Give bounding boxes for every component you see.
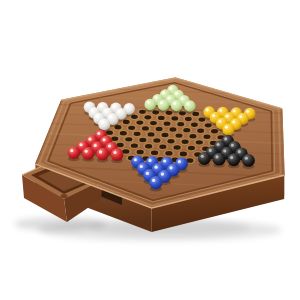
marble-specular [70, 149, 73, 152]
marble-black-r12c9[interactable] [198, 152, 211, 165]
marble-specular [118, 110, 121, 113]
hole-r9c7[interactable] [196, 140, 203, 144]
marble-specular [148, 159, 151, 162]
hole-r6c7[interactable] [191, 123, 198, 127]
marble-specular [232, 120, 235, 123]
marble-green-r3c3[interactable] [184, 100, 196, 112]
marble-specular [147, 101, 150, 104]
marble-specular [163, 159, 166, 162]
marble-specular [178, 160, 181, 163]
marble-specular [101, 121, 104, 124]
marble-specular [170, 87, 173, 90]
hole-r7c3[interactable] [142, 126, 149, 130]
marble-specular [209, 149, 212, 152]
board-photo-svg [0, 0, 300, 300]
hole-r9c5[interactable] [167, 139, 174, 143]
marble-black-r12c11[interactable] [227, 153, 240, 166]
marble-specular [218, 120, 221, 123]
hole-r6c6[interactable] [177, 122, 184, 126]
hole-r6c5[interactable] [164, 122, 171, 126]
marble-specular [99, 150, 102, 153]
marble-specular [113, 105, 116, 108]
marble-yellow-r7c9[interactable] [222, 123, 234, 135]
marble-white-r7c0[interactable] [98, 118, 110, 130]
marble-specular [113, 151, 116, 154]
marble-specular [215, 155, 218, 158]
hole-r7c6[interactable] [183, 128, 190, 132]
marble-red-r12c2[interactable] [96, 148, 109, 161]
drawer-finger-notch [61, 194, 68, 198]
marble-specular [230, 156, 233, 159]
hole-r8c1[interactable] [120, 131, 127, 135]
hole-r10c4[interactable] [145, 144, 152, 148]
marble-specular [108, 145, 111, 148]
hole-r11c4[interactable] [137, 150, 144, 155]
hole-r5c6[interactable] [171, 116, 178, 120]
marble-specular [224, 137, 227, 140]
hole-r8c7[interactable] [203, 135, 210, 139]
marble-specular [79, 143, 82, 146]
marble-specular [97, 132, 100, 135]
marble-specular [126, 105, 129, 108]
hole-r9c4[interactable] [153, 138, 160, 142]
marble-specular [216, 143, 219, 146]
hole-r10c2[interactable] [117, 143, 124, 147]
marble-specular [155, 96, 158, 99]
marble-specular [225, 126, 228, 129]
marble-specular [245, 157, 248, 160]
marble-specular [103, 138, 106, 141]
hole-r10c6[interactable] [174, 145, 181, 150]
marble-specular [181, 97, 184, 100]
marble-specular [85, 150, 88, 153]
chinese-checkers-scene [0, 0, 300, 300]
hole-r7c5[interactable] [169, 127, 176, 131]
marble-specular [233, 110, 236, 113]
hole-r7c4[interactable] [156, 127, 163, 131]
hole-r10c7[interactable] [188, 146, 195, 151]
hole-r9c3[interactable] [139, 138, 146, 142]
marble-specular [94, 144, 97, 147]
marble-green-r3c1[interactable] [158, 99, 170, 111]
marble-specular [134, 158, 137, 161]
hole-r11c6[interactable] [165, 151, 172, 156]
hole-r11c5[interactable] [151, 150, 158, 155]
marble-specular [146, 172, 149, 175]
marble-specular [238, 150, 241, 153]
hole-r6c4[interactable] [150, 121, 157, 125]
marble-specular [219, 109, 222, 112]
hole-r10c5[interactable] [159, 145, 166, 149]
marble-red-r12c1[interactable] [82, 147, 95, 160]
hole-r10c3[interactable] [131, 143, 138, 147]
marble-specular [201, 155, 204, 158]
hole-r8c4[interactable] [162, 133, 169, 137]
hole-r8c6[interactable] [189, 134, 196, 138]
marble-specular [175, 92, 178, 95]
marble-red-r12c0[interactable] [68, 146, 81, 159]
marble-specular [140, 165, 143, 168]
marble-specular [169, 166, 172, 169]
marble-specular [246, 110, 249, 113]
hole-r8c5[interactable] [175, 133, 182, 137]
hole-r5c5[interactable] [158, 116, 165, 120]
hole-r8c3[interactable] [148, 132, 155, 136]
hole-r8c2[interactable] [134, 132, 141, 136]
marble-green-r3c2[interactable] [171, 100, 183, 112]
hole-r5c7[interactable] [185, 117, 192, 121]
hole-r9c6[interactable] [182, 140, 189, 144]
marble-specular [99, 104, 102, 107]
marble-specular [173, 102, 176, 105]
marble-specular [206, 109, 209, 112]
hole-r7c2[interactable] [128, 126, 135, 130]
drawer-shadow [14, 217, 106, 231]
marble-specular [91, 109, 94, 112]
marble-specular [161, 172, 164, 175]
marble-specular [223, 149, 226, 152]
hole-r5c4[interactable] [144, 115, 151, 119]
hole-r11c7[interactable] [180, 152, 187, 157]
marble-specular [168, 97, 171, 100]
hole-r9c1[interactable] [111, 137, 118, 141]
hole-r9c2[interactable] [125, 137, 132, 141]
marble-red-r12c3[interactable] [111, 148, 124, 161]
marble-specular [88, 138, 91, 141]
marble-specular [104, 110, 107, 113]
hole-r4c4[interactable] [139, 110, 146, 114]
hole-r11c3[interactable] [122, 149, 129, 154]
marble-specular [231, 144, 234, 147]
marble-specular [187, 103, 190, 106]
marble-specular [96, 115, 99, 118]
marble-specular [109, 115, 112, 118]
marble-green-r3c0[interactable] [144, 99, 156, 111]
marble-specular [155, 166, 158, 169]
marble-specular [226, 115, 229, 118]
marble-blue-r16c0[interactable] [149, 176, 162, 189]
marble-specular [152, 179, 155, 182]
marble-specular [86, 104, 89, 107]
marble-specular [160, 102, 163, 105]
marble-black-r12c12[interactable] [242, 154, 255, 167]
marble-black-r12c10[interactable] [213, 153, 226, 166]
marble-specular [212, 114, 215, 117]
hole-r6c3[interactable] [136, 120, 143, 124]
hole-r7c7[interactable] [197, 129, 204, 133]
marble-specular [162, 92, 165, 95]
marble-specular [239, 115, 242, 118]
